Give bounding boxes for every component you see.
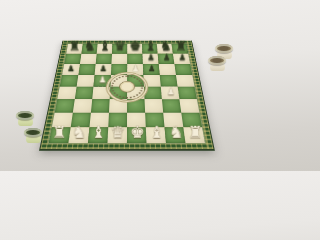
green-rook: ♜ — [68, 40, 79, 53]
square-a3 — [55, 99, 75, 112]
green-pawn: ♟ — [99, 64, 107, 73]
square-f3 — [145, 99, 164, 112]
square-g4: ♟ — [161, 87, 180, 100]
cream-knight: ♞ — [71, 125, 86, 141]
green-rook: ♜ — [175, 40, 186, 53]
square-a4 — [57, 87, 76, 100]
green-bishop: ♝ — [99, 40, 110, 53]
board-frame: ♜♞♝♛♚♝♞♜♟♟♟♟♟♟♟♟♟♜♞♝♛♚♝♞♜ — [40, 41, 213, 149]
cream-knight: ♞ — [168, 125, 183, 141]
square-f1: ♝ — [146, 127, 166, 143]
square-b8: ♞ — [81, 44, 97, 54]
square-b3 — [73, 99, 92, 112]
green-knight: ♞ — [83, 40, 94, 53]
green-pawn: ♟ — [163, 53, 170, 61]
square-g5 — [160, 75, 178, 87]
square-c8: ♝ — [97, 44, 113, 54]
square-d8: ♛ — [112, 44, 127, 54]
square-c3 — [91, 99, 110, 112]
square-d7 — [111, 54, 127, 64]
captured-pawn-lid — [215, 44, 233, 53]
chess-scene: ♜♞♝♛♚♝♞♜♟♟♟♟♟♟♟♟♟♜♞♝♛♚♝♞♜ — [33, 2, 223, 170]
square-h6 — [174, 64, 192, 75]
green-queen: ♛ — [114, 40, 125, 53]
square-g6 — [159, 64, 176, 75]
square-h5 — [176, 75, 194, 87]
square-h1: ♜ — [183, 127, 205, 143]
square-b4 — [75, 87, 94, 100]
square-h3 — [179, 99, 199, 112]
captured-green-pawn-left-2 — [24, 128, 42, 143]
captured-green-pawn-left-1 — [16, 111, 34, 126]
green-pawn: ♟ — [148, 64, 156, 73]
square-a5 — [60, 75, 79, 87]
square-b1: ♞ — [68, 127, 89, 143]
cream-queen: ♛ — [110, 125, 125, 141]
cream-pawn: ♟ — [166, 87, 174, 96]
green-pawn: ♟ — [147, 53, 154, 61]
green-pawn: ♟ — [178, 53, 185, 61]
cream-bishop: ♝ — [149, 125, 164, 141]
square-e1: ♚ — [127, 127, 147, 143]
square-c6: ♟ — [95, 64, 112, 75]
square-e8: ♚ — [127, 44, 142, 54]
square-b6 — [78, 64, 95, 75]
square-f6: ♟ — [143, 64, 160, 75]
square-h7: ♟ — [173, 54, 190, 64]
cream-pawn: ♟ — [131, 64, 139, 73]
photo-backdrop: { "game": "chess", "scene": "overhead ph… — [0, 0, 250, 171]
captured-pawn-lid — [24, 128, 42, 137]
square-h4 — [178, 87, 197, 100]
cream-pawn: ♟ — [98, 75, 106, 84]
green-king: ♚ — [129, 40, 140, 53]
square-b5 — [77, 75, 95, 87]
square-a8: ♜ — [66, 44, 83, 54]
chessboard: ♜♞♝♛♚♝♞♜♟♟♟♟♟♟♟♟♟♜♞♝♛♚♝♞♜ — [40, 41, 213, 149]
square-b7 — [80, 54, 97, 64]
cream-bishop: ♝ — [90, 125, 105, 141]
green-bishop: ♝ — [144, 40, 155, 53]
captured-pawn-lid — [16, 111, 34, 120]
square-a1: ♜ — [49, 127, 71, 143]
captured-pawn-lid — [208, 56, 226, 65]
square-d1: ♛ — [107, 127, 127, 143]
square-c1: ♝ — [88, 127, 108, 143]
cream-rook: ♜ — [52, 125, 67, 141]
square-g1: ♞ — [165, 127, 186, 143]
green-pawn: ♟ — [67, 64, 75, 73]
cream-king: ♚ — [129, 125, 144, 141]
cream-rook: ♜ — [188, 125, 203, 141]
square-a6: ♟ — [62, 64, 80, 75]
captured-cream-pawn-right-2 — [208, 56, 226, 71]
square-g7: ♟ — [158, 54, 175, 64]
green-knight: ♞ — [159, 40, 170, 53]
square-g3 — [162, 99, 181, 112]
